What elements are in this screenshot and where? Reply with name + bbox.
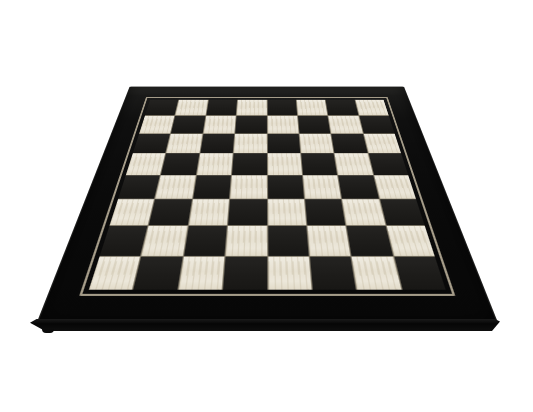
square-r7c4[interactable] xyxy=(235,116,266,133)
square-r8c2[interactable] xyxy=(176,100,208,116)
square-r4c4[interactable] xyxy=(230,175,266,198)
square-r1c5[interactable] xyxy=(268,256,312,289)
square-r6c5[interactable] xyxy=(267,134,300,153)
square-r5c2[interactable] xyxy=(161,153,199,174)
square-r7c1[interactable] xyxy=(139,116,174,133)
square-r1c7[interactable] xyxy=(352,256,401,289)
square-r5c3[interactable] xyxy=(197,153,233,174)
square-r6c3[interactable] xyxy=(200,134,234,153)
square-r5c4[interactable] xyxy=(232,153,266,174)
square-r4c6[interactable] xyxy=(303,175,341,198)
square-r2c4[interactable] xyxy=(226,226,267,255)
square-r5c1[interactable] xyxy=(126,153,165,174)
square-r3c5[interactable] xyxy=(268,199,306,225)
square-r6c2[interactable] xyxy=(167,134,203,153)
square-r3c6[interactable] xyxy=(305,199,346,225)
square-r4c7[interactable] xyxy=(338,175,378,198)
square-r8c4[interactable] xyxy=(237,100,267,116)
square-r2c7[interactable] xyxy=(347,226,393,255)
square-r7c2[interactable] xyxy=(171,116,205,133)
square-r5c7[interactable] xyxy=(335,153,373,174)
square-r8c1[interactable] xyxy=(145,100,179,116)
square-r4c2[interactable] xyxy=(156,175,196,198)
square-r6c8[interactable] xyxy=(364,134,401,153)
chess-board xyxy=(37,86,498,322)
square-r2c3[interactable] xyxy=(184,226,227,255)
square-r3c3[interactable] xyxy=(189,199,229,225)
square-r4c3[interactable] xyxy=(193,175,231,198)
square-r1c6[interactable] xyxy=(310,256,356,289)
square-r7c3[interactable] xyxy=(203,116,236,133)
perspective-scene xyxy=(0,0,533,412)
square-r7c8[interactable] xyxy=(359,116,394,133)
square-r7c7[interactable] xyxy=(329,116,363,133)
square-r2c1[interactable] xyxy=(100,226,148,255)
square-r2c6[interactable] xyxy=(307,226,350,255)
square-r8c5[interactable] xyxy=(267,100,297,116)
product-photo xyxy=(0,0,533,412)
square-r6c6[interactable] xyxy=(299,134,333,153)
square-r3c1[interactable] xyxy=(110,199,155,225)
board-side-edge xyxy=(30,319,500,331)
square-r7c5[interactable] xyxy=(267,116,298,133)
square-r8c7[interactable] xyxy=(326,100,358,116)
square-r2c2[interactable] xyxy=(142,226,188,255)
square-r5c5[interactable] xyxy=(267,153,301,174)
square-r5c6[interactable] xyxy=(301,153,337,174)
square-r7c6[interactable] xyxy=(298,116,331,133)
square-r4c1[interactable] xyxy=(118,175,160,198)
square-r3c2[interactable] xyxy=(149,199,192,225)
square-r5c8[interactable] xyxy=(368,153,408,174)
square-r6c7[interactable] xyxy=(331,134,367,153)
square-r6c1[interactable] xyxy=(133,134,170,153)
square-r1c3[interactable] xyxy=(178,256,224,289)
square-r3c4[interactable] xyxy=(228,199,266,225)
playing-field xyxy=(89,100,446,290)
square-r1c2[interactable] xyxy=(134,256,183,289)
square-r1c4[interactable] xyxy=(223,256,266,289)
square-r3c7[interactable] xyxy=(342,199,385,225)
square-r4c8[interactable] xyxy=(374,175,416,198)
square-r2c5[interactable] xyxy=(268,226,309,255)
square-r4c5[interactable] xyxy=(268,175,304,198)
square-r8c3[interactable] xyxy=(206,100,237,116)
square-r8c8[interactable] xyxy=(355,100,389,116)
square-r8c6[interactable] xyxy=(297,100,328,116)
square-r6c4[interactable] xyxy=(234,134,267,153)
